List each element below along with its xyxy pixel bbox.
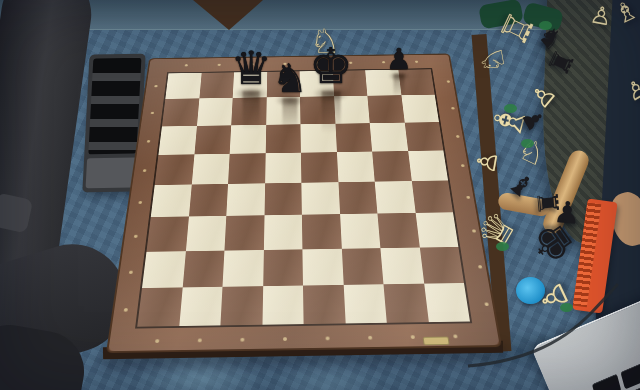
- square-c1[interactable]: [220, 286, 262, 325]
- square-h6[interactable]: [404, 122, 443, 151]
- square-d5[interactable]: [265, 153, 302, 184]
- square-f6[interactable]: [335, 123, 372, 152]
- square-c4[interactable]: [226, 183, 264, 216]
- square-g5[interactable]: [372, 151, 411, 182]
- square-h4[interactable]: [411, 180, 453, 213]
- square-h1[interactable]: [424, 283, 470, 322]
- laptop-key: [620, 361, 640, 389]
- square-b1[interactable]: [179, 287, 223, 326]
- piece-shadow: [388, 71, 410, 81]
- square-a4[interactable]: [151, 184, 192, 217]
- square-b3[interactable]: [185, 216, 226, 251]
- off-board-piece-white-0[interactable]: ♘: [476, 44, 510, 76]
- laptop-key: [592, 374, 622, 390]
- square-d4[interactable]: [264, 183, 302, 216]
- square-b2[interactable]: [182, 250, 224, 287]
- frame-coordinate-marker: [185, 64, 188, 66]
- square-e5[interactable]: [301, 152, 338, 183]
- square-b8[interactable]: [199, 72, 234, 98]
- square-h7[interactable]: [401, 95, 439, 122]
- frame-coordinate-marker: [382, 61, 385, 63]
- square-g6[interactable]: [370, 122, 408, 151]
- frame-coordinate-marker: [411, 335, 415, 339]
- square-h5[interactable]: [408, 150, 448, 181]
- felt-base: [560, 303, 573, 312]
- frame-coordinate-marker: [134, 235, 138, 238]
- frame-coordinate-marker: [155, 339, 159, 343]
- frame-coordinate-marker: [447, 80, 451, 82]
- frame-coordinate-marker: [138, 201, 142, 204]
- square-f3[interactable]: [340, 214, 381, 249]
- square-b7[interactable]: [197, 98, 233, 126]
- square-g3[interactable]: [377, 213, 419, 248]
- piece-shadow: [313, 86, 350, 103]
- square-d1[interactable]: [262, 285, 304, 324]
- square-a7[interactable]: [162, 99, 199, 127]
- frame-coordinate-marker: [326, 337, 330, 341]
- square-c5[interactable]: [228, 153, 265, 184]
- frame-coordinate-marker: [456, 135, 460, 138]
- frame-coordinate-marker: [478, 265, 482, 268]
- laptop-keyboard: [592, 325, 640, 390]
- frame-coordinate-marker: [451, 107, 455, 109]
- square-a5[interactable]: [155, 154, 194, 185]
- frame-coordinate-marker: [143, 169, 147, 172]
- square-g4[interactable]: [375, 181, 416, 214]
- square-d2[interactable]: [263, 249, 303, 286]
- piece-black-queen-c7[interactable]: ♛: [230, 45, 271, 91]
- square-e1[interactable]: [303, 285, 345, 324]
- square-f2[interactable]: [341, 248, 383, 285]
- slatted-box-end: [86, 158, 138, 189]
- frame-coordinate-marker: [240, 338, 244, 342]
- piece-black-knight-d7[interactable]: ♞: [272, 58, 308, 98]
- off-board-piece-white-11[interactable]: ♙: [472, 148, 502, 175]
- brass-hinge-icon: [423, 336, 450, 345]
- frame-coordinate-marker: [124, 308, 128, 312]
- square-g7[interactable]: [367, 95, 404, 123]
- frame-coordinate-marker: [198, 339, 202, 343]
- square-a1[interactable]: [137, 287, 182, 326]
- square-f4[interactable]: [338, 182, 377, 215]
- frame-coordinate-marker: [283, 337, 287, 341]
- frame-coordinate-marker: [151, 112, 155, 114]
- felt-base: [504, 104, 517, 113]
- square-h3[interactable]: [415, 212, 458, 247]
- frame-coordinate-marker: [154, 85, 157, 87]
- square-g2[interactable]: [380, 247, 423, 284]
- square-b6[interactable]: [194, 125, 231, 154]
- piece-shadow: [275, 94, 305, 108]
- frame-coordinate-marker: [415, 61, 418, 63]
- piece-shadow: [234, 86, 269, 102]
- frame-coordinate-marker: [129, 270, 133, 273]
- square-e2[interactable]: [302, 248, 343, 285]
- felt-base: [539, 21, 552, 30]
- frame-coordinate-marker: [461, 164, 465, 167]
- square-e4[interactable]: [301, 182, 339, 215]
- square-b4[interactable]: [189, 184, 229, 217]
- square-a3[interactable]: [147, 217, 189, 252]
- square-d3[interactable]: [263, 215, 302, 250]
- dark-wedge-object: [193, 0, 263, 30]
- square-a6[interactable]: [158, 126, 196, 155]
- felt-base: [521, 139, 534, 148]
- frame-coordinate-marker: [368, 336, 372, 340]
- square-c3[interactable]: [224, 215, 264, 250]
- frame-coordinate-marker: [147, 140, 151, 143]
- square-a8[interactable]: [165, 73, 201, 99]
- square-a2[interactable]: [142, 251, 185, 288]
- frame-coordinate-marker: [484, 303, 488, 307]
- board-squares: [135, 68, 472, 328]
- square-g1[interactable]: [383, 283, 428, 322]
- felt-base: [496, 242, 509, 251]
- square-f5[interactable]: [337, 151, 375, 182]
- piece-black-pawn-g8[interactable]: ♟: [386, 45, 412, 74]
- photo-stage: ♘♟♛♞♚♘♖♙♗♞♜♙♙♗♟♘♙♝♜♟♕♚♙: [0, 0, 640, 390]
- square-c2[interactable]: [223, 250, 264, 287]
- square-e3[interactable]: [302, 214, 342, 249]
- frame-coordinate-marker: [453, 334, 457, 338]
- square-h2[interactable]: [419, 247, 464, 284]
- slatted-box-slats: [88, 58, 141, 155]
- square-b5[interactable]: [191, 154, 229, 185]
- piece-black-king-e7[interactable]: ♚: [309, 42, 353, 91]
- frame-coordinate-marker: [466, 196, 470, 199]
- frame-coordinate-marker: [218, 64, 221, 66]
- square-f1[interactable]: [343, 284, 387, 323]
